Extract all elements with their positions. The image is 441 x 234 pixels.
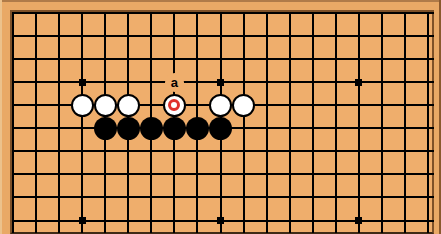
grid-line-vertical [381, 12, 383, 233]
white-stone [117, 94, 140, 117]
black-stone [140, 117, 163, 140]
star-point [355, 79, 362, 86]
grid-line-vertical [266, 12, 268, 233]
grid-line-vertical [35, 12, 37, 233]
white-stone [71, 94, 94, 117]
white-stone [232, 94, 255, 117]
grid-line-vertical [312, 12, 314, 233]
grid-line-vertical [427, 12, 429, 233]
black-stone [163, 117, 186, 140]
grid-line-horizontal [12, 196, 434, 198]
grid-line-vertical [404, 12, 406, 233]
star-point [217, 79, 224, 86]
white-stone-marked [163, 94, 186, 117]
star-point [355, 217, 362, 224]
star-point [79, 217, 86, 224]
white-stone [94, 94, 117, 117]
red-circle-marker [168, 99, 180, 111]
go-board-diagram: a [0, 0, 441, 234]
grid-line-vertical [243, 12, 245, 233]
white-stone [209, 94, 232, 117]
black-stone [94, 117, 117, 140]
board-grid: a [2, 2, 440, 232]
grid-line-vertical [58, 12, 60, 233]
grid-line-horizontal [12, 150, 434, 152]
grid-line-vertical [358, 12, 360, 233]
black-stone [209, 117, 232, 140]
grid-line-vertical [289, 12, 291, 233]
point-label-a: a [165, 73, 184, 92]
grid-line-horizontal [12, 12, 434, 14]
grid-line-vertical [335, 12, 337, 233]
grid-line-horizontal [12, 173, 434, 175]
grid-line-vertical [81, 12, 83, 233]
grid-line-horizontal [12, 58, 434, 60]
grid-line-vertical [12, 12, 14, 233]
black-stone [186, 117, 209, 140]
black-stone [117, 117, 140, 140]
star-point [217, 217, 224, 224]
star-point [79, 79, 86, 86]
grid-line-horizontal [12, 35, 434, 37]
